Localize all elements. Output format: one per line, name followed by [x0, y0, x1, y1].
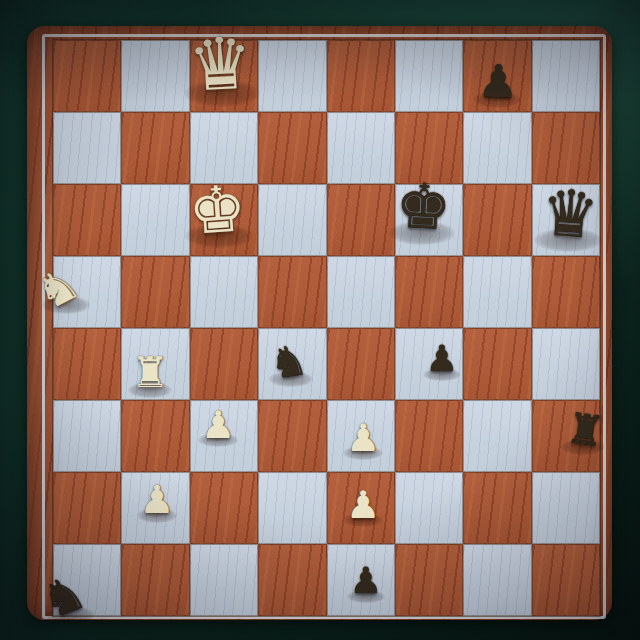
- square-d2[interactable]: [258, 472, 326, 544]
- square-c2[interactable]: [190, 472, 258, 544]
- square-b1[interactable]: [121, 544, 189, 616]
- square-d6[interactable]: [258, 184, 326, 256]
- square-g5[interactable]: [463, 256, 531, 328]
- piece-white-queen-c8[interactable]: ♛: [183, 26, 259, 102]
- square-a8[interactable]: [53, 40, 121, 112]
- square-b8[interactable]: [121, 40, 189, 112]
- piece-black-rook-h3[interactable]: ♜: [562, 406, 609, 453]
- square-g2[interactable]: [463, 472, 531, 544]
- square-a7[interactable]: [53, 112, 121, 184]
- square-g3[interactable]: [463, 400, 531, 472]
- piece-white-pawn-b2[interactable]: ♟: [138, 480, 177, 519]
- piece-white-pawn-e3[interactable]: ♟: [344, 419, 382, 457]
- piece-white-king-c6[interactable]: ♚: [183, 175, 251, 243]
- photo-background: ♛♟♚♚♛♞♜♞♟♟♟♜♟♟♞♟: [0, 0, 640, 640]
- square-e8[interactable]: [327, 40, 395, 112]
- piece-black-queen-h6[interactable]: ♛: [536, 179, 604, 247]
- piece-white-rook-b4[interactable]: ♜: [129, 352, 171, 394]
- square-a2[interactable]: [53, 472, 121, 544]
- piece-black-king-f6[interactable]: ♚: [391, 175, 456, 240]
- square-d1[interactable]: [258, 544, 326, 616]
- square-g4[interactable]: [463, 328, 531, 400]
- square-a6[interactable]: [53, 184, 121, 256]
- square-d8[interactable]: [258, 40, 326, 112]
- square-h4[interactable]: [532, 328, 600, 400]
- square-b5[interactable]: [121, 256, 189, 328]
- square-d5[interactable]: [258, 256, 326, 328]
- square-h2[interactable]: [532, 472, 600, 544]
- square-h7[interactable]: [532, 112, 600, 184]
- piece-black-pawn-f4[interactable]: ♟: [424, 341, 460, 377]
- square-d3[interactable]: [258, 400, 326, 472]
- square-b6[interactable]: [121, 184, 189, 256]
- square-c1[interactable]: [190, 544, 258, 616]
- piece-white-pawn-c3[interactable]: ♟: [199, 406, 237, 444]
- piece-black-knight-d4[interactable]: ♞: [265, 338, 312, 385]
- square-f1[interactable]: [395, 544, 463, 616]
- piece-black-pawn-e1[interactable]: ♟: [348, 563, 384, 599]
- square-c4[interactable]: [190, 328, 258, 400]
- square-d7[interactable]: [258, 112, 326, 184]
- square-e5[interactable]: [327, 256, 395, 328]
- square-h5[interactable]: [532, 256, 600, 328]
- square-f3[interactable]: [395, 400, 463, 472]
- square-a4[interactable]: [53, 328, 121, 400]
- square-g1[interactable]: [463, 544, 531, 616]
- square-b3[interactable]: [121, 400, 189, 472]
- square-f8[interactable]: [395, 40, 463, 112]
- piece-white-pawn-e2[interactable]: ♟: [344, 486, 382, 524]
- square-h1[interactable]: [532, 544, 600, 616]
- square-g7[interactable]: [463, 112, 531, 184]
- square-a3[interactable]: [53, 400, 121, 472]
- square-e4[interactable]: [327, 328, 395, 400]
- square-f5[interactable]: [395, 256, 463, 328]
- square-e7[interactable]: [327, 112, 395, 184]
- square-f2[interactable]: [395, 472, 463, 544]
- square-b7[interactable]: [121, 112, 189, 184]
- square-c5[interactable]: [190, 256, 258, 328]
- square-e6[interactable]: [327, 184, 395, 256]
- chess-board: [53, 40, 600, 616]
- piece-black-pawn-g8[interactable]: ♟: [474, 58, 521, 105]
- square-h8[interactable]: [532, 40, 600, 112]
- square-g6[interactable]: [463, 184, 531, 256]
